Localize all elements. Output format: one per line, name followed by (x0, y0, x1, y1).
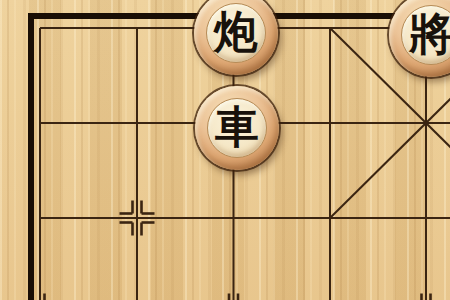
piece-glyph: 炮 (214, 10, 258, 54)
xiangqi-board[interactable]: 炮將車 (0, 0, 450, 300)
piece-black-cannon[interactable]: 炮 (194, 0, 278, 75)
pieces-layer: 炮將車 (0, 0, 450, 300)
piece-face: 炮 (206, 3, 266, 63)
piece-glyph: 車 (215, 105, 259, 149)
piece-black-chariot[interactable]: 車 (195, 86, 279, 170)
piece-black-general[interactable]: 將 (389, 0, 450, 77)
piece-glyph: 將 (409, 12, 450, 56)
piece-face: 車 (207, 98, 267, 158)
piece-face: 將 (401, 5, 450, 65)
